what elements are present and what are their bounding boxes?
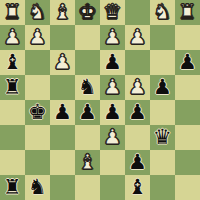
black-rook: ♜ [3, 175, 22, 200]
white-pawn: ♟ [103, 75, 122, 100]
square-d5[interactable]: ♞ [75, 75, 100, 100]
square-g1[interactable] [150, 175, 175, 200]
square-g2[interactable] [150, 150, 175, 175]
white-pawn: ♟ [128, 25, 147, 50]
square-c8[interactable]: ♝ [50, 0, 75, 25]
black-pawn: ♟ [53, 100, 72, 125]
square-a1[interactable]: ♜ [0, 175, 25, 200]
square-d8[interactable]: ♚ [75, 0, 100, 25]
white-king: ♚ [78, 0, 97, 25]
square-c3[interactable] [50, 125, 75, 150]
square-f1[interactable]: ♝ [125, 175, 150, 200]
white-rook: ♜ [3, 0, 22, 25]
white-bishop: ♝ [53, 0, 72, 25]
black-bishop: ♝ [3, 50, 22, 75]
square-a7[interactable]: ♟ [0, 25, 25, 50]
square-f5[interactable]: ♟ [125, 75, 150, 100]
square-a5[interactable]: ♜ [0, 75, 25, 100]
black-pawn: ♟ [78, 100, 97, 125]
square-d3[interactable] [75, 125, 100, 150]
white-pawn: ♟ [28, 25, 47, 50]
black-bishop: ♝ [128, 175, 147, 200]
black-pawn: ♟ [178, 50, 197, 75]
square-g7[interactable] [150, 25, 175, 50]
square-d2[interactable]: ♝ [75, 150, 100, 175]
square-d4[interactable]: ♟ [75, 100, 100, 125]
square-g3[interactable]: ♛ [150, 125, 175, 150]
square-h3[interactable] [175, 125, 200, 150]
square-c2[interactable] [50, 150, 75, 175]
square-d7[interactable] [75, 25, 100, 50]
black-pawn: ♟ [128, 150, 147, 175]
square-b8[interactable]: ♞ [25, 0, 50, 25]
white-rook: ♜ [178, 0, 197, 25]
square-h6[interactable]: ♟ [175, 50, 200, 75]
square-a3[interactable] [0, 125, 25, 150]
square-f6[interactable] [125, 50, 150, 75]
black-pawn: ♟ [103, 50, 122, 75]
black-pawn: ♟ [153, 75, 172, 100]
square-a4[interactable] [0, 100, 25, 125]
square-h5[interactable] [175, 75, 200, 100]
white-pawn: ♟ [53, 50, 72, 75]
square-f4[interactable]: ♟ [125, 100, 150, 125]
square-c4[interactable]: ♟ [50, 100, 75, 125]
square-e4[interactable]: ♟ [100, 100, 125, 125]
square-e8[interactable]: ♛ [100, 0, 125, 25]
white-pawn: ♟ [103, 25, 122, 50]
square-e6[interactable]: ♟ [100, 50, 125, 75]
square-d6[interactable] [75, 50, 100, 75]
square-b3[interactable] [25, 125, 50, 150]
chess-board: ♜♞♝♚♛♞♜♟♟♟♟♝♟♟♟♜♞♟♟♟♚♟♟♟♟♟♛♝♟♜♞♝ [0, 0, 200, 200]
square-e3[interactable]: ♟ [100, 125, 125, 150]
square-e7[interactable]: ♟ [100, 25, 125, 50]
square-g8[interactable]: ♞ [150, 0, 175, 25]
square-g6[interactable] [150, 50, 175, 75]
square-f3[interactable] [125, 125, 150, 150]
square-g4[interactable] [150, 100, 175, 125]
black-knight: ♞ [78, 75, 97, 100]
square-b7[interactable]: ♟ [25, 25, 50, 50]
square-h1[interactable] [175, 175, 200, 200]
black-rook: ♜ [3, 75, 22, 100]
square-b4[interactable]: ♚ [25, 100, 50, 125]
square-c6[interactable]: ♟ [50, 50, 75, 75]
square-c5[interactable] [50, 75, 75, 100]
square-b2[interactable] [25, 150, 50, 175]
square-c7[interactable] [50, 25, 75, 50]
white-pawn: ♟ [128, 75, 147, 100]
square-f7[interactable]: ♟ [125, 25, 150, 50]
square-h2[interactable] [175, 150, 200, 175]
black-pawn: ♟ [128, 100, 147, 125]
black-pawn: ♟ [103, 100, 122, 125]
white-queen: ♛ [103, 0, 122, 25]
square-b1[interactable]: ♞ [25, 175, 50, 200]
chess-app: ♜♞♝♚♛♞♜♟♟♟♟♝♟♟♟♜♞♟♟♟♚♟♟♟♟♟♛♝♟♜♞♝ [0, 0, 200, 200]
square-h8[interactable]: ♜ [175, 0, 200, 25]
white-knight: ♞ [28, 0, 47, 25]
square-a8[interactable]: ♜ [0, 0, 25, 25]
square-h7[interactable] [175, 25, 200, 50]
square-a6[interactable]: ♝ [0, 50, 25, 75]
square-d1[interactable] [75, 175, 100, 200]
white-knight: ♞ [153, 0, 172, 25]
square-g5[interactable]: ♟ [150, 75, 175, 100]
square-h4[interactable] [175, 100, 200, 125]
black-king: ♚ [28, 100, 47, 125]
square-e2[interactable] [100, 150, 125, 175]
square-b5[interactable] [25, 75, 50, 100]
white-bishop: ♝ [78, 150, 97, 175]
square-e5[interactable]: ♟ [100, 75, 125, 100]
square-b6[interactable] [25, 50, 50, 75]
square-a2[interactable] [0, 150, 25, 175]
square-f8[interactable] [125, 0, 150, 25]
square-e1[interactable] [100, 175, 125, 200]
square-f2[interactable]: ♟ [125, 150, 150, 175]
black-queen: ♛ [153, 125, 172, 150]
black-knight: ♞ [28, 175, 47, 200]
square-c1[interactable] [50, 175, 75, 200]
white-pawn: ♟ [103, 125, 122, 150]
white-pawn: ♟ [3, 25, 22, 50]
